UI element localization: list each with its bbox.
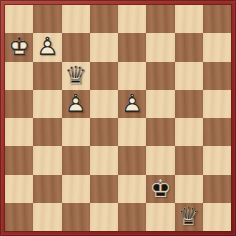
square-e8[interactable]: [118, 5, 146, 33]
square-e5[interactable]: ♟♙: [118, 90, 146, 118]
square-f1[interactable]: [146, 203, 174, 231]
white-pawn[interactable]: ♟♙: [118, 90, 146, 118]
square-e7[interactable]: [118, 33, 146, 61]
square-f7[interactable]: [146, 33, 174, 61]
square-d6[interactable]: [90, 62, 118, 90]
square-e4[interactable]: [118, 118, 146, 146]
square-g6[interactable]: [175, 62, 203, 90]
square-h4[interactable]: [203, 118, 231, 146]
square-f5[interactable]: [146, 90, 174, 118]
square-g7[interactable]: [175, 33, 203, 61]
square-c5[interactable]: ♟♙: [62, 90, 90, 118]
square-d2[interactable]: [90, 175, 118, 203]
square-b1[interactable]: [33, 203, 61, 231]
square-f2[interactable]: ♚♔: [146, 175, 174, 203]
square-f4[interactable]: [146, 118, 174, 146]
piece-outline-layer: ♔: [146, 175, 174, 203]
square-b8[interactable]: [33, 5, 61, 33]
square-g3[interactable]: [175, 146, 203, 174]
square-a1[interactable]: [5, 203, 33, 231]
square-h5[interactable]: [203, 90, 231, 118]
square-c6[interactable]: ♛♕: [62, 62, 90, 90]
white-pawn[interactable]: ♟♙: [62, 90, 90, 118]
chess-board-frame: ♚♔♟♙♛♕♟♙♟♙♚♔♛♕: [0, 0, 236, 236]
square-b6[interactable]: [33, 62, 61, 90]
square-a8[interactable]: [5, 5, 33, 33]
square-h8[interactable]: [203, 5, 231, 33]
square-e6[interactable]: [118, 62, 146, 90]
square-f8[interactable]: [146, 5, 174, 33]
white-pawn[interactable]: ♟♙: [33, 33, 61, 61]
square-h6[interactable]: [203, 62, 231, 90]
black-queen[interactable]: ♛♕: [62, 62, 90, 90]
square-a2[interactable]: [5, 175, 33, 203]
square-b3[interactable]: [33, 146, 61, 174]
piece-outline-layer: ♔: [5, 33, 33, 61]
square-h7[interactable]: [203, 33, 231, 61]
square-a6[interactable]: [5, 62, 33, 90]
square-e3[interactable]: [118, 146, 146, 174]
square-g2[interactable]: [175, 175, 203, 203]
square-a5[interactable]: [5, 90, 33, 118]
square-a7[interactable]: ♚♔: [5, 33, 33, 61]
square-g1[interactable]: ♛♕: [175, 203, 203, 231]
square-e1[interactable]: [118, 203, 146, 231]
piece-outline-layer: ♕: [175, 203, 203, 231]
square-a3[interactable]: [5, 146, 33, 174]
square-c4[interactable]: [62, 118, 90, 146]
square-d3[interactable]: [90, 146, 118, 174]
square-c2[interactable]: [62, 175, 90, 203]
square-h2[interactable]: [203, 175, 231, 203]
chess-board: ♚♔♟♙♛♕♟♙♟♙♚♔♛♕: [5, 5, 231, 231]
square-b5[interactable]: [33, 90, 61, 118]
square-d8[interactable]: [90, 5, 118, 33]
piece-outline-layer: ♕: [62, 62, 90, 90]
black-king[interactable]: ♚♔: [146, 175, 174, 203]
square-a4[interactable]: [5, 118, 33, 146]
square-h1[interactable]: [203, 203, 231, 231]
square-c3[interactable]: [62, 146, 90, 174]
square-d4[interactable]: [90, 118, 118, 146]
black-queen[interactable]: ♛♕: [175, 203, 203, 231]
white-king[interactable]: ♚♔: [5, 33, 33, 61]
square-c7[interactable]: [62, 33, 90, 61]
square-b4[interactable]: [33, 118, 61, 146]
square-g4[interactable]: [175, 118, 203, 146]
square-c8[interactable]: [62, 5, 90, 33]
piece-outline-layer: ♙: [33, 33, 61, 61]
piece-outline-layer: ♙: [62, 90, 90, 118]
square-d7[interactable]: [90, 33, 118, 61]
square-h3[interactable]: [203, 146, 231, 174]
square-b7[interactable]: ♟♙: [33, 33, 61, 61]
square-d1[interactable]: [90, 203, 118, 231]
square-g5[interactable]: [175, 90, 203, 118]
piece-outline-layer: ♙: [118, 90, 146, 118]
square-b2[interactable]: [33, 175, 61, 203]
square-d5[interactable]: [90, 90, 118, 118]
square-f6[interactable]: [146, 62, 174, 90]
square-g8[interactable]: [175, 5, 203, 33]
square-c1[interactable]: [62, 203, 90, 231]
square-f3[interactable]: [146, 146, 174, 174]
square-e2[interactable]: [118, 175, 146, 203]
